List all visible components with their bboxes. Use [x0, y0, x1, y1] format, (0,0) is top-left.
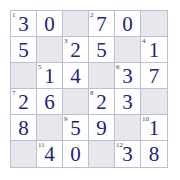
grid-cell[interactable]: 0 [37, 11, 63, 37]
blocked-cell [63, 11, 89, 37]
grid-cell[interactable]: 0 [115, 11, 141, 37]
cell-digit: 8 [18, 117, 29, 139]
blocked-cell [89, 63, 115, 89]
grid-cell[interactable]: 95 [63, 115, 89, 141]
grid-cell[interactable]: 101 [141, 115, 167, 141]
clue-number: 9 [64, 115, 68, 123]
grid-cell[interactable]: 82 [89, 89, 115, 115]
grid-cell[interactable]: 3 [115, 89, 141, 115]
grid-cell[interactable]: 5 [11, 37, 37, 63]
blocked-cell [37, 115, 63, 141]
grid-cell[interactable]: 6 [37, 89, 63, 115]
grid-cell[interactable]: 8 [141, 141, 167, 167]
cell-digit: 7 [149, 65, 160, 87]
grid-cell[interactable]: 72 [11, 89, 37, 115]
cell-digit: 1 [149, 39, 160, 61]
cell-digit: 3 [122, 65, 133, 87]
clue-number: 11 [38, 141, 45, 149]
grid-cell[interactable]: 8 [11, 115, 37, 141]
blocked-cell [11, 141, 37, 167]
grid-cell[interactable]: 123 [115, 141, 141, 167]
clue-number: 5 [38, 63, 42, 71]
blocked-cell [115, 115, 141, 141]
clue-number: 3 [64, 37, 68, 45]
cell-digit: 2 [96, 91, 107, 113]
clue-number: 8 [90, 89, 94, 97]
grid-cell[interactable]: 114 [37, 141, 63, 167]
clue-number: 6 [116, 63, 120, 71]
clue-number: 1 [12, 11, 16, 19]
cell-digit: 0 [44, 13, 55, 35]
clue-number: 2 [90, 11, 94, 19]
cell-digit: 7 [96, 13, 107, 35]
blocked-cell [63, 89, 89, 115]
cell-digit: 5 [70, 117, 81, 139]
cell-digit: 3 [122, 91, 133, 113]
puzzle-page: 130270532541514637726823895910111401238 [0, 0, 180, 180]
grid-cell[interactable]: 63 [115, 63, 141, 89]
grid-cell[interactable]: 27 [89, 11, 115, 37]
blocked-cell [89, 141, 115, 167]
cell-digit: 5 [96, 39, 107, 61]
grid-cell[interactable]: 0 [63, 141, 89, 167]
clue-number: 4 [142, 37, 146, 45]
cell-digit: 6 [44, 91, 55, 113]
cell-digit: 4 [70, 65, 81, 87]
cell-digit: 4 [44, 143, 55, 165]
cell-digit: 2 [18, 91, 29, 113]
blocked-cell [37, 37, 63, 63]
cell-digit: 3 [18, 13, 29, 35]
cell-digit: 3 [122, 143, 133, 165]
grid-cell[interactable]: 41 [141, 37, 167, 63]
cell-digit: 1 [149, 117, 160, 139]
cell-digit: 1 [44, 65, 55, 87]
blocked-cell [141, 11, 167, 37]
cell-digit: 2 [70, 39, 81, 61]
blocked-cell [11, 63, 37, 89]
clue-number: 12 [116, 141, 123, 149]
cell-digit: 0 [122, 13, 133, 35]
grid-cell[interactable]: 4 [63, 63, 89, 89]
cell-digit: 9 [96, 117, 107, 139]
clue-number: 10 [142, 115, 149, 123]
blocked-cell [141, 89, 167, 115]
cell-digit: 5 [18, 39, 29, 61]
grid-cell[interactable]: 9 [89, 115, 115, 141]
grid-cell[interactable]: 51 [37, 63, 63, 89]
cell-digit: 0 [70, 143, 81, 165]
grid-cell[interactable]: 7 [141, 63, 167, 89]
clue-number: 7 [12, 89, 16, 97]
grid-cell[interactable]: 5 [89, 37, 115, 63]
cell-digit: 8 [149, 143, 160, 165]
grid-cell[interactable]: 13 [11, 11, 37, 37]
blocked-cell [115, 37, 141, 63]
grid-cell[interactable]: 32 [63, 37, 89, 63]
puzzle-grid: 130270532541514637726823895910111401238 [10, 10, 168, 168]
